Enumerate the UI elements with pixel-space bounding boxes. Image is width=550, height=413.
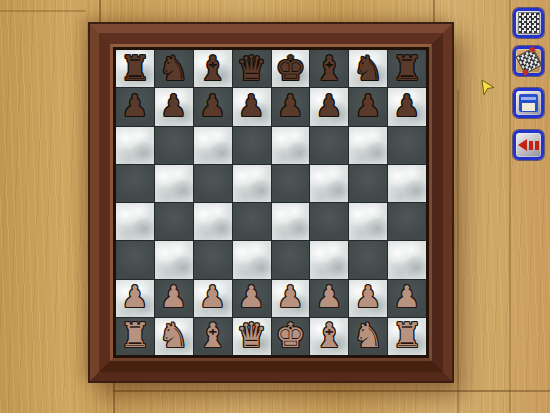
- square-c8[interactable]: ♝: [194, 50, 232, 87]
- square-g2[interactable]: ♟: [349, 280, 387, 317]
- square-f4[interactable]: [310, 203, 348, 240]
- square-a7[interactable]: ♟: [116, 88, 154, 125]
- square-d7[interactable]: ♟: [233, 88, 271, 125]
- square-d1[interactable]: ♛: [233, 318, 271, 355]
- piece-white-bishop: ♝: [314, 318, 344, 352]
- square-e7[interactable]: ♟: [272, 88, 310, 125]
- take-back-button[interactable]: [513, 130, 544, 160]
- square-e1[interactable]: ♚: [272, 318, 310, 355]
- square-b6[interactable]: [155, 127, 193, 164]
- piece-black-pawn: ♟: [238, 91, 265, 121]
- square-a2[interactable]: ♟: [116, 280, 154, 317]
- piece-white-pawn: ♟: [277, 282, 304, 312]
- plank-seam: [0, 10, 86, 12]
- square-e5[interactable]: [272, 165, 310, 202]
- square-f8[interactable]: ♝: [310, 50, 348, 87]
- board-frame-mid: ♜♞♝♛♚♝♞♜♟♟♟♟♟♟♟♟♟♟♟♟♟♟♟♟♜♞♝♛♚♝♞♜: [99, 33, 443, 372]
- piece-white-bishop: ♝: [197, 318, 227, 352]
- floppy-disk-icon: [519, 94, 538, 112]
- square-b3[interactable]: [155, 241, 193, 278]
- square-d3[interactable]: [233, 241, 271, 278]
- piece-white-knight: ♞: [159, 318, 189, 352]
- square-f6[interactable]: [310, 127, 348, 164]
- square-d2[interactable]: ♟: [233, 280, 271, 317]
- square-e2[interactable]: ♟: [272, 280, 310, 317]
- board-frame-bevel: ♜♞♝♛♚♝♞♜♟♟♟♟♟♟♟♟♟♟♟♟♟♟♟♟♜♞♝♛♚♝♞♜: [110, 44, 432, 361]
- piece-white-queen: ♛: [236, 318, 266, 352]
- piece-white-knight: ♞: [353, 318, 383, 352]
- square-g5[interactable]: [349, 165, 387, 202]
- board-frame-outer: ♜♞♝♛♚♝♞♜♟♟♟♟♟♟♟♟♟♟♟♟♟♟♟♟♜♞♝♛♚♝♞♜: [90, 24, 452, 381]
- square-a3[interactable]: [116, 241, 154, 278]
- square-a1[interactable]: ♜: [116, 318, 154, 355]
- square-e8[interactable]: ♚: [272, 50, 310, 87]
- square-d4[interactable]: [233, 203, 271, 240]
- square-e6[interactable]: [272, 127, 310, 164]
- chess-board: ♜♞♝♛♚♝♞♜♟♟♟♟♟♟♟♟♟♟♟♟♟♟♟♟♜♞♝♛♚♝♞♜: [88, 22, 454, 383]
- square-h2[interactable]: ♟: [388, 280, 426, 317]
- piece-white-pawn: ♟: [199, 282, 226, 312]
- piece-black-bishop: ♝: [197, 51, 227, 85]
- square-b2[interactable]: ♟: [155, 280, 193, 317]
- square-g3[interactable]: [349, 241, 387, 278]
- board-frame-inner: ♜♞♝♛♚♝♞♜♟♟♟♟♟♟♟♟♟♟♟♟♟♟♟♟♜♞♝♛♚♝♞♜: [113, 47, 429, 358]
- piece-white-pawn: ♟: [316, 282, 343, 312]
- square-c4[interactable]: [194, 203, 232, 240]
- piece-black-bishop: ♝: [314, 51, 344, 85]
- piece-black-knight: ♞: [353, 51, 383, 85]
- plank-seam: [113, 383, 115, 413]
- square-h1[interactable]: ♜: [388, 318, 426, 355]
- square-c3[interactable]: [194, 241, 232, 278]
- square-c5[interactable]: [194, 165, 232, 202]
- square-h8[interactable]: ♜: [388, 50, 426, 87]
- piece-black-queen: ♛: [236, 51, 266, 85]
- piece-white-rook: ♜: [120, 318, 150, 352]
- square-d5[interactable]: [233, 165, 271, 202]
- piece-black-pawn: ♟: [121, 91, 148, 121]
- plank-seam: [457, 90, 459, 413]
- square-d8[interactable]: ♛: [233, 50, 271, 87]
- square-h7[interactable]: ♟: [388, 88, 426, 125]
- tilted-checkerboard-icon: [515, 47, 542, 74]
- square-f7[interactable]: ♟: [310, 88, 348, 125]
- piece-black-pawn: ♟: [199, 91, 226, 121]
- piece-black-rook: ♜: [120, 51, 150, 85]
- piece-black-knight: ♞: [159, 51, 189, 85]
- board-squares[interactable]: ♜♞♝♛♚♝♞♜♟♟♟♟♟♟♟♟♟♟♟♟♟♟♟♟♜♞♝♛♚♝♞♜: [116, 50, 426, 355]
- square-b8[interactable]: ♞: [155, 50, 193, 87]
- piece-black-rook: ♜: [392, 51, 422, 85]
- square-c2[interactable]: ♟: [194, 280, 232, 317]
- save-game-button[interactable]: [513, 88, 544, 118]
- piece-white-pawn: ♟: [394, 282, 421, 312]
- square-e4[interactable]: [272, 203, 310, 240]
- piece-black-pawn: ♟: [355, 91, 382, 121]
- square-g8[interactable]: ♞: [349, 50, 387, 87]
- square-h4[interactable]: [388, 203, 426, 240]
- square-g1[interactable]: ♞: [349, 318, 387, 355]
- square-c7[interactable]: ♟: [194, 88, 232, 125]
- piece-white-pawn: ♟: [355, 282, 382, 312]
- square-h5[interactable]: [388, 165, 426, 202]
- square-e3[interactable]: [272, 241, 310, 278]
- square-g7[interactable]: ♟: [349, 88, 387, 125]
- view-3d-button[interactable]: [513, 46, 544, 76]
- piece-black-king: ♚: [275, 51, 305, 85]
- square-a8[interactable]: ♜: [116, 50, 154, 87]
- piece-white-pawn: ♟: [238, 282, 265, 312]
- plank-seam: [99, 0, 101, 22]
- piece-black-pawn: ♟: [277, 91, 304, 121]
- square-c6[interactable]: [194, 127, 232, 164]
- square-b5[interactable]: [155, 165, 193, 202]
- square-c1[interactable]: ♝: [194, 318, 232, 355]
- square-a6[interactable]: [116, 127, 154, 164]
- piece-black-pawn: ♟: [394, 91, 421, 121]
- square-f2[interactable]: ♟: [310, 280, 348, 317]
- piece-black-pawn: ♟: [316, 91, 343, 121]
- mouse-cursor: [480, 79, 496, 97]
- square-h6[interactable]: [388, 127, 426, 164]
- square-d6[interactable]: [233, 127, 271, 164]
- square-a5[interactable]: [116, 165, 154, 202]
- square-g6[interactable]: [349, 127, 387, 164]
- piece-white-king: ♚: [275, 318, 305, 352]
- square-f3[interactable]: [310, 241, 348, 278]
- square-g4[interactable]: [349, 203, 387, 240]
- view-2d-button[interactable]: [513, 8, 544, 38]
- back-arrow-icon: [518, 139, 539, 151]
- square-h3[interactable]: [388, 241, 426, 278]
- piece-white-pawn: ♟: [121, 282, 148, 312]
- square-b7[interactable]: ♟: [155, 88, 193, 125]
- square-a4[interactable]: [116, 203, 154, 240]
- square-b1[interactable]: ♞: [155, 318, 193, 355]
- square-f5[interactable]: [310, 165, 348, 202]
- piece-black-pawn: ♟: [160, 91, 187, 121]
- square-f1[interactable]: ♝: [310, 318, 348, 355]
- square-b4[interactable]: [155, 203, 193, 240]
- piece-white-rook: ♜: [392, 318, 422, 352]
- flat-checkerboard-icon: [518, 12, 540, 34]
- plank-seam: [113, 390, 550, 392]
- piece-white-pawn: ♟: [160, 282, 187, 312]
